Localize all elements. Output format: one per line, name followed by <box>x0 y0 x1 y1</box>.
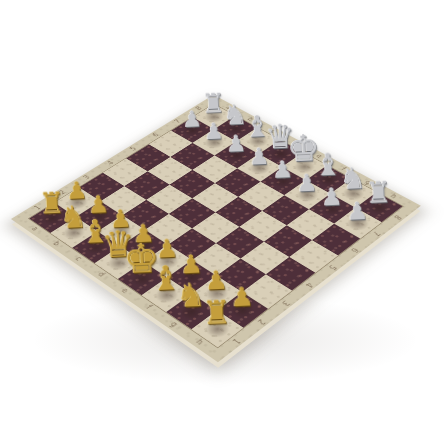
piece-silver-pawn: ♟ <box>326 197 388 224</box>
piece-gold-rook: ♜ <box>183 295 251 330</box>
photo-tilt: abcdefgh abcdefgh 87654321 87654321 ♜♞♝♛… <box>0 0 448 448</box>
chess-board: abcdefgh abcdefgh 87654321 87654321 ♜♞♝♛… <box>11 95 421 363</box>
perspective-scene: abcdefgh abcdefgh 87654321 87654321 ♜♞♝♛… <box>0 0 448 448</box>
board-squares: ♜♞♝♛♚♝♞♜♟♟♟♟♟♟♟♟♟♟♟♟♟♟♟♟♜♞♝♛♚♝♞♜ <box>29 104 402 347</box>
chess-set-product-photo: abcdefgh abcdefgh 87654321 87654321 ♜♞♝♛… <box>0 0 448 448</box>
